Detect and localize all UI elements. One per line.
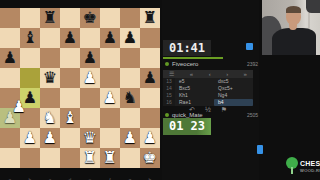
move-row-15: 15Kh1Ng4	[163, 92, 253, 99]
piece-black-p-f7[interactable]: ♟	[100, 28, 120, 48]
streamer-webcam	[262, 0, 320, 55]
coord-c: c	[40, 177, 60, 180]
square-c4[interactable]	[40, 88, 60, 108]
bottom-player-name[interactable]: quick_Mate	[172, 112, 203, 118]
square-h3[interactable]	[140, 108, 160, 128]
tree-icon	[286, 157, 298, 175]
square-a7[interactable]	[0, 28, 20, 48]
square-d5[interactable]	[60, 68, 80, 88]
file-coordinates: abcdefgh	[0, 177, 160, 180]
piece-white-n-c3[interactable]: ♞	[40, 108, 60, 128]
top-player-clock: 01:41	[163, 40, 211, 56]
square-g7[interactable]: ♟	[120, 28, 140, 48]
square-f7[interactable]: ♟	[100, 28, 120, 48]
square-h1[interactable]: ♚	[140, 148, 160, 168]
square-d4[interactable]	[60, 88, 80, 108]
piece-black-r-h8[interactable]: ♜	[140, 8, 160, 28]
square-h6[interactable]	[140, 48, 160, 68]
online-dot	[165, 62, 169, 66]
square-a1[interactable]	[0, 148, 20, 168]
piece-white-p-b2[interactable]: ♟	[20, 128, 40, 148]
square-b8[interactable]	[20, 8, 40, 28]
square-f5[interactable]	[100, 68, 120, 88]
square-d8[interactable]	[60, 8, 80, 28]
piece-white-q-e2[interactable]: ♛	[80, 128, 100, 148]
flip-board-icon[interactable]	[257, 145, 263, 154]
analysis-icon[interactable]	[246, 43, 253, 50]
piece-black-r-c8[interactable]: ♜	[40, 8, 60, 28]
square-e7[interactable]	[80, 28, 100, 48]
bottom-player-rating: 2505	[247, 112, 259, 118]
piece-black-b-b7[interactable]: ♝	[20, 28, 40, 48]
square-d1[interactable]	[60, 148, 80, 168]
square-f3[interactable]	[100, 108, 120, 128]
move-row-14: 14Bxc5Qxc5+	[163, 85, 253, 92]
square-c7[interactable]	[40, 28, 60, 48]
move-number: 14	[163, 85, 175, 92]
square-b1[interactable]	[20, 148, 40, 168]
square-h5[interactable]: ♟	[140, 68, 160, 88]
coord-d: d	[60, 177, 80, 180]
move-list: 13e5dxc514Bxc5Qxc5+15Kh1Ng416Rae1b4	[163, 78, 253, 106]
black-move[interactable]: Qxc5+	[214, 85, 253, 92]
channel-logo: CHESS WOOD.RU	[286, 156, 320, 176]
square-a8[interactable]	[0, 8, 20, 28]
square-b7[interactable]: ♝	[20, 28, 40, 48]
square-a5[interactable]	[0, 68, 20, 88]
square-f1[interactable]: ♜	[100, 148, 120, 168]
square-f4[interactable]: ♟	[100, 88, 120, 108]
white-move[interactable]: e5	[175, 78, 214, 85]
piece-white-p-c2[interactable]: ♟	[40, 128, 60, 148]
square-g1[interactable]	[120, 148, 140, 168]
piece-white-p-f4[interactable]: ♟	[100, 88, 120, 108]
streamer-torso	[272, 28, 316, 55]
top-player-name[interactable]: Fiveocero	[172, 61, 198, 67]
piece-black-k-e8[interactable]: ♚	[80, 8, 100, 28]
square-f2[interactable]	[100, 128, 120, 148]
top-player-row: Fiveocero 2392	[163, 59, 259, 68]
first-move-icon[interactable]: «	[190, 70, 193, 78]
square-e5[interactable]: ♟	[80, 68, 100, 88]
last-move-icon[interactable]: »	[244, 70, 247, 78]
square-e1[interactable]: ♜	[80, 148, 100, 168]
dragged-pawn[interactable]: ♟	[9, 97, 29, 117]
white-move[interactable]: Bxc5	[175, 85, 214, 92]
square-g2[interactable]: ♟	[120, 128, 140, 148]
square-b5[interactable]	[20, 68, 40, 88]
square-f6[interactable]	[100, 48, 120, 68]
chess-board: ♜♚♜♝♟♟♟♟♟♛♟♟♟♟♞♟♞♝♟♟♛♟♟♜♜♚ ♟ abcdefgh	[0, 8, 160, 168]
piece-black-n-g4[interactable]: ♞	[120, 88, 140, 108]
bottom-player-clock-active: 01 23	[163, 118, 211, 135]
square-g5[interactable]	[120, 68, 140, 88]
square-d2[interactable]	[60, 128, 80, 148]
coord-f: f	[100, 177, 120, 180]
square-g4[interactable]: ♞	[120, 88, 140, 108]
square-g3[interactable]	[120, 108, 140, 128]
move-row-16: 16Rae1b4	[163, 99, 253, 106]
stream-frame: ♜♚♜♝♟♟♟♟♟♛♟♟♟♟♞♟♞♝♟♟♛♟♟♜♜♚ ♟ abcdefgh 01…	[0, 0, 320, 180]
piece-white-p-e5[interactable]: ♟	[80, 68, 100, 88]
square-c6[interactable]	[40, 48, 60, 68]
square-b2[interactable]: ♟	[20, 128, 40, 148]
logo-subtitle: WOOD.RU	[300, 168, 320, 173]
coord-g: g	[120, 177, 140, 180]
square-h7[interactable]	[140, 28, 160, 48]
square-a6[interactable]: ♟	[0, 48, 20, 68]
menu-icon[interactable]: ☰	[169, 70, 174, 78]
piece-black-q-c5[interactable]: ♛	[40, 68, 60, 88]
square-c8[interactable]: ♜	[40, 8, 60, 28]
square-d7[interactable]: ♟	[60, 28, 80, 48]
streamer-hair	[286, 6, 301, 13]
piece-white-r-f1[interactable]: ♜	[100, 148, 120, 168]
square-g6[interactable]	[120, 48, 140, 68]
square-b6[interactable]	[20, 48, 40, 68]
square-d3[interactable]: ♝	[60, 108, 80, 128]
piece-black-p-e6[interactable]: ♟	[80, 48, 100, 68]
square-h2[interactable]: ♟	[140, 128, 160, 148]
square-e6[interactable]: ♟	[80, 48, 100, 68]
piece-black-p-h5[interactable]: ♟	[140, 68, 160, 88]
piece-black-p-d7[interactable]: ♟	[60, 28, 80, 48]
square-d6[interactable]	[60, 48, 80, 68]
online-dot	[165, 113, 169, 117]
square-h8[interactable]: ♜	[140, 8, 160, 28]
white-move[interactable]: Kh1	[175, 92, 214, 99]
black-move[interactable]: dxc5	[214, 78, 253, 85]
square-e4[interactable]	[80, 88, 100, 108]
white-move[interactable]: Rae1	[175, 99, 214, 106]
coord-a: a	[0, 177, 20, 180]
coord-h: h	[140, 177, 160, 180]
square-c3[interactable]: ♞	[40, 108, 60, 128]
square-a2[interactable]	[0, 128, 20, 148]
next-move-icon[interactable]: ›	[226, 70, 228, 78]
prev-move-icon[interactable]: ‹	[209, 70, 211, 78]
black-move[interactable]: Ng4	[214, 92, 253, 99]
game-panel: 01:41 Fiveocero 2392 ☰«‹›» 13e5dxc514Bxc…	[162, 0, 259, 180]
piece-black-p-g7[interactable]: ♟	[120, 28, 140, 48]
move-number: 13	[163, 78, 175, 85]
piece-white-p-h2[interactable]: ♟	[140, 128, 160, 148]
square-c1[interactable]	[40, 148, 60, 168]
movelist-toolbar: ☰«‹›»	[163, 70, 253, 78]
coord-e: e	[80, 177, 100, 180]
piece-white-b-d3[interactable]: ♝	[60, 108, 80, 128]
piece-black-p-a6[interactable]: ♟	[0, 48, 20, 68]
wall-speaker	[306, 0, 320, 13]
black-move[interactable]: b4	[214, 99, 253, 106]
square-g8[interactable]	[120, 8, 140, 28]
piece-white-p-g2[interactable]: ♟	[120, 128, 140, 148]
move-number: 15	[163, 92, 175, 99]
move-row-13: 13e5dxc5	[163, 78, 253, 85]
square-e3[interactable]	[80, 108, 100, 128]
piece-white-r-e1[interactable]: ♜	[80, 148, 100, 168]
square-e2[interactable]: ♛	[80, 128, 100, 148]
board-grid: ♜♚♜♝♟♟♟♟♟♛♟♟♟♟♞♟♞♝♟♟♛♟♟♜♜♚	[0, 8, 160, 168]
piece-white-k-h1[interactable]: ♚	[140, 148, 160, 168]
coord-b: b	[20, 177, 40, 180]
square-h4[interactable]	[140, 88, 160, 108]
square-c5[interactable]: ♛	[40, 68, 60, 88]
move-number: 16	[163, 99, 175, 106]
top-player-rating: 2392	[247, 61, 259, 67]
square-f8[interactable]	[100, 8, 120, 28]
logo-title: CHESS	[300, 160, 320, 168]
streamer-hand	[289, 20, 297, 30]
square-c2[interactable]: ♟	[40, 128, 60, 148]
square-e8[interactable]: ♚	[80, 8, 100, 28]
